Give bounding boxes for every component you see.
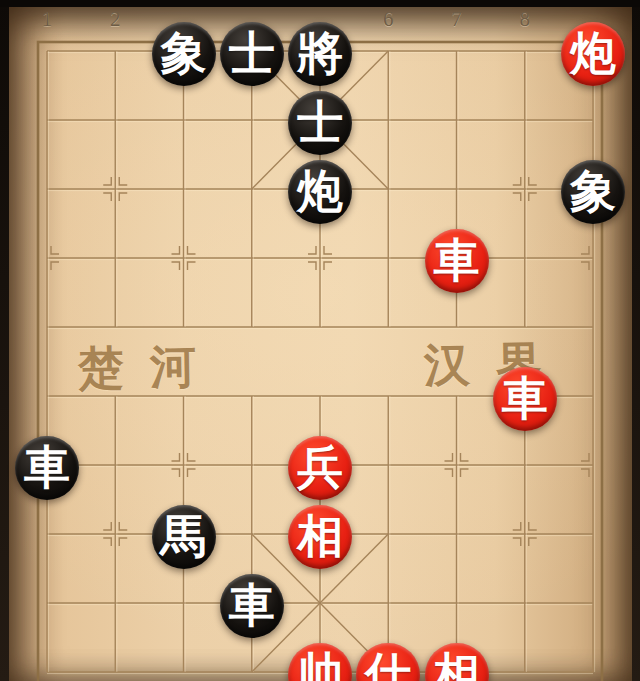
piece-glyph: 車 [493, 367, 557, 431]
piece-glyph: 仕 [356, 643, 420, 681]
piece-black-elephant[interactable]: 象 [561, 160, 625, 224]
piece-glyph: 相 [425, 643, 489, 681]
piece-glyph: 炮 [561, 22, 625, 86]
piece-glyph: 相 [288, 505, 352, 569]
piece-black-cannon[interactable]: 炮 [288, 160, 352, 224]
piece-red-chariot[interactable]: 車 [493, 367, 557, 431]
file-label-8: 8 [511, 6, 539, 32]
piece-red-elephant[interactable]: 相 [288, 505, 352, 569]
piece-black-horse[interactable]: 馬 [152, 505, 216, 569]
piece-glyph: 象 [561, 160, 625, 224]
piece-black-chariot[interactable]: 車 [15, 436, 79, 500]
piece-glyph: 士 [220, 22, 284, 86]
file-label-6: 6 [374, 6, 402, 32]
piece-red-soldier[interactable]: 兵 [288, 436, 352, 500]
piece-glyph: 士 [288, 91, 352, 155]
piece-glyph: 馬 [152, 505, 216, 569]
piece-black-general[interactable]: 將 [288, 22, 352, 86]
piece-black-advisor[interactable]: 士 [220, 22, 284, 86]
piece-red-advisor[interactable]: 仕 [356, 643, 420, 681]
piece-glyph: 車 [220, 574, 284, 638]
piece-glyph: 兵 [288, 436, 352, 500]
file-label-7: 7 [443, 6, 471, 32]
top-dark-strip [0, 0, 640, 7]
piece-glyph: 車 [15, 436, 79, 500]
piece-red-elephant[interactable]: 相 [425, 643, 489, 681]
piece-red-general[interactable]: 帅 [288, 643, 352, 681]
piece-glyph: 帅 [288, 643, 352, 681]
piece-black-advisor[interactable]: 士 [288, 91, 352, 155]
xiangqi-board-screen: 楚河 汉界 12678 象士將炮士炮象車車車兵馬相車帅仕相 [0, 0, 640, 681]
piece-black-chariot[interactable]: 車 [220, 574, 284, 638]
piece-glyph: 車 [425, 229, 489, 293]
piece-red-chariot[interactable]: 車 [425, 229, 489, 293]
river-label-left: 楚河 [77, 336, 222, 401]
file-label-1: 1 [33, 6, 61, 32]
file-label-2: 2 [101, 6, 129, 32]
piece-glyph: 炮 [288, 160, 352, 224]
piece-black-elephant[interactable]: 象 [152, 22, 216, 86]
piece-red-cannon[interactable]: 炮 [561, 22, 625, 86]
piece-glyph: 象 [152, 22, 216, 86]
piece-glyph: 將 [288, 22, 352, 86]
